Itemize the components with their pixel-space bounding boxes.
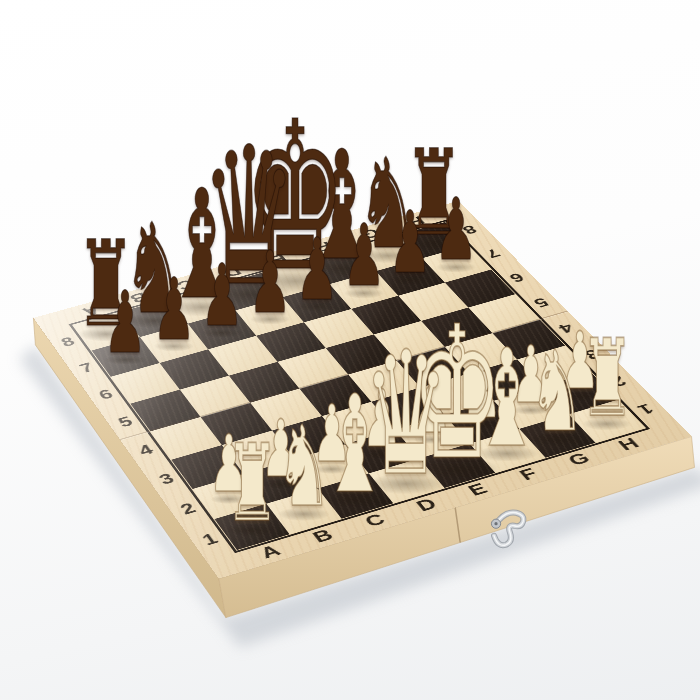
front-seam-line (455, 507, 460, 542)
light-glare (33, 201, 691, 579)
chess-set-photo-scene: ABCDEFGHABCDEFGH8765432187654321 ♜♞♟♝♟♚♟… (0, 0, 700, 700)
chess-board: ABCDEFGHABCDEFGH8765432187654321 (33, 201, 691, 579)
latch-icon (491, 512, 523, 545)
